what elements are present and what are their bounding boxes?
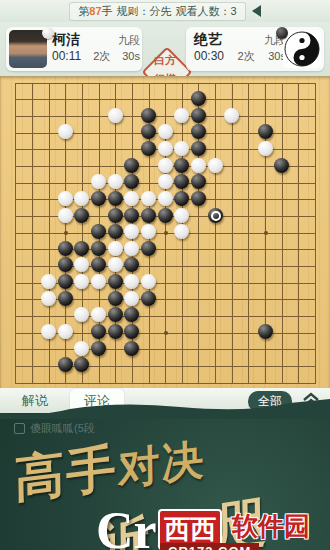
black-stone: [124, 324, 139, 339]
checkbox-icon[interactable]: [14, 423, 25, 434]
white-stone: [124, 274, 139, 289]
move-number: 87: [89, 5, 101, 17]
white-stone: [124, 241, 139, 256]
white-stone: [41, 274, 56, 289]
black-stone: [124, 208, 139, 223]
white-stone: [141, 274, 156, 289]
black-stone: [58, 291, 73, 306]
white-stone: [124, 224, 139, 239]
black-stone: [141, 208, 156, 223]
header-bar: 第87手 规则：分先 观看人数：3: [0, 0, 330, 22]
black-stone: [191, 91, 206, 106]
grid-line: [315, 83, 316, 384]
black-stone: [174, 174, 189, 189]
grid-line: [282, 83, 283, 384]
black-stone: [174, 191, 189, 206]
black-stone: [58, 274, 73, 289]
black-stone: [91, 241, 106, 256]
player-bar: 柯洁 九段 00:11 2次 30s 白方 行棋 绝艺 九段 00:30 2次 …: [0, 22, 330, 76]
black-stone: [191, 124, 206, 139]
black-stone: [74, 208, 89, 223]
white-stone: [158, 158, 173, 173]
grid-line: [15, 316, 316, 317]
player-panel-black-left: 柯洁 九段 00:11 2次 30s: [6, 27, 142, 71]
white-stone: [208, 158, 223, 173]
black-stone: [74, 241, 89, 256]
black-stone: [124, 174, 139, 189]
white-stone: [141, 191, 156, 206]
comment-area: 傻眼呱呱(5段 高手对决 近在咫尺 Cr 西西 软件园 CR173.COM: [0, 413, 330, 550]
player-panel-white-right: 绝艺 九段 00:30 2次 30s: [186, 27, 324, 71]
white-stone: [91, 274, 106, 289]
black-stone: [91, 224, 106, 239]
black-stone: [108, 224, 123, 239]
black-stone: [108, 324, 123, 339]
black-stone: [141, 108, 156, 123]
star-point: [64, 231, 68, 235]
white-stone: [41, 324, 56, 339]
black-stone: [258, 324, 273, 339]
grid-line: [298, 83, 299, 384]
black-stone: [141, 241, 156, 256]
white-stone: [74, 191, 89, 206]
white-stone: [158, 174, 173, 189]
black-stone: [124, 341, 139, 356]
white-stone: [174, 108, 189, 123]
white-stone: [108, 108, 123, 123]
white-stone: [258, 141, 273, 156]
white-stone: [74, 274, 89, 289]
white-stone: [108, 174, 123, 189]
player-time-right: 00:30: [194, 49, 224, 63]
last-move-marker: [211, 211, 221, 221]
white-stone: [108, 241, 123, 256]
black-stone: [141, 124, 156, 139]
white-stone: [158, 191, 173, 206]
black-stone: [108, 208, 123, 223]
player-periods-left: 2次: [93, 49, 110, 64]
game-status: 第87手 规则：分先 观看人数：3: [69, 2, 245, 21]
black-stone: [91, 324, 106, 339]
white-stone: [158, 141, 173, 156]
player-time-left: 00:11: [52, 49, 81, 63]
white-stone: [91, 307, 106, 322]
player-periods-right: 2次: [238, 49, 255, 64]
black-stone: [124, 158, 139, 173]
white-stone: [58, 191, 73, 206]
black-stone: [108, 291, 123, 306]
black-stone: [274, 158, 289, 173]
go-board[interactable]: [0, 76, 330, 388]
black-stone: [141, 141, 156, 156]
black-stone: [124, 307, 139, 322]
white-stone: [91, 174, 106, 189]
grid-line: [15, 349, 316, 350]
white-stone: [74, 257, 89, 272]
player-name-left: 柯洁: [52, 31, 80, 49]
avatar-yinyang: [283, 30, 321, 68]
black-stone: [191, 141, 206, 156]
grid-line: [215, 83, 216, 384]
white-stone: [174, 208, 189, 223]
white-stone: [124, 291, 139, 306]
watermark-suffix: 软件园: [232, 509, 310, 544]
star-point: [164, 231, 168, 235]
comment-row[interactable]: 傻眼呱呱(5段: [14, 421, 95, 436]
grid-line: [248, 83, 249, 384]
move-label: 第87手: [78, 4, 112, 19]
black-stone-badge: [276, 27, 288, 39]
white-stone: [58, 324, 73, 339]
avatar-kejie: [9, 30, 47, 68]
star-point: [264, 231, 268, 235]
white-stone: [191, 158, 206, 173]
viewers-label: 观看人数：3: [176, 4, 237, 19]
player-rank-left: 九段: [118, 33, 140, 48]
grid-line: [232, 83, 233, 384]
grid-line: [15, 383, 316, 384]
player-period-len-left: 30s: [122, 50, 140, 62]
white-stone: [41, 291, 56, 306]
star-point: [164, 331, 168, 335]
black-stone: [191, 108, 206, 123]
white-stone: [158, 124, 173, 139]
white-stone: [174, 224, 189, 239]
rules-label: 规则：分先: [117, 4, 172, 19]
black-stone: [91, 341, 106, 356]
seal-line1: 白方: [154, 54, 176, 66]
black-stone: [74, 357, 89, 372]
brush-edge: [0, 399, 330, 419]
black-stone: [91, 257, 106, 272]
black-stone: [58, 257, 73, 272]
black-stone: [58, 357, 73, 372]
watermark-logo: Cr: [96, 501, 157, 550]
white-stone: [224, 108, 239, 123]
black-stone: [174, 158, 189, 173]
white-stone: [174, 141, 189, 156]
black-stone: [191, 174, 206, 189]
black-stone: [258, 124, 273, 139]
white-stone: [74, 307, 89, 322]
black-stone: [108, 191, 123, 206]
yinyang-icon: [283, 30, 321, 68]
white-stone: [141, 224, 156, 239]
black-stone: [58, 241, 73, 256]
white-stone: [124, 191, 139, 206]
black-stone: [108, 274, 123, 289]
black-stone: [158, 208, 173, 223]
white-stone: [58, 208, 73, 223]
comment-preview-text: 傻眼呱呱(5段: [30, 421, 95, 436]
white-stone: [58, 124, 73, 139]
player-name-right: 绝艺: [194, 31, 222, 49]
white-stone: [74, 341, 89, 356]
watermark: Cr 西西 软件园 CR173.COM: [96, 505, 326, 550]
watermark-domain: CR173.COM: [160, 543, 259, 550]
black-stone: [91, 191, 106, 206]
black-stone: [141, 291, 156, 306]
black-stone: [124, 257, 139, 272]
black-stone: [108, 307, 123, 322]
white-stone: [108, 257, 123, 272]
collapse-left-icon[interactable]: [252, 5, 261, 17]
black-stone: [208, 208, 223, 223]
black-stone: [191, 191, 206, 206]
